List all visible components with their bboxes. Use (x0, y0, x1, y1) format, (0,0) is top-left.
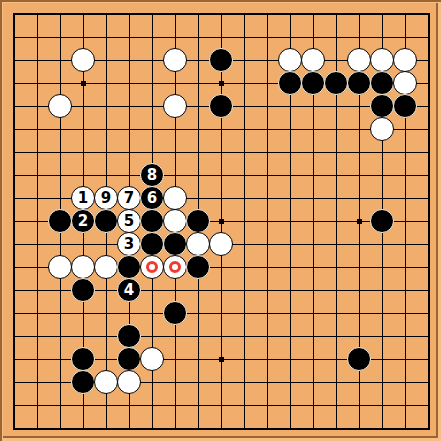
point-G7[interactable] (141, 279, 164, 302)
point-M6[interactable] (256, 302, 279, 325)
point-P8[interactable] (325, 256, 348, 279)
point-A12[interactable] (3, 164, 26, 187)
point-O14[interactable] (302, 118, 325, 141)
point-H15[interactable] (164, 95, 187, 118)
point-A9[interactable] (3, 233, 26, 256)
point-K4[interactable] (210, 348, 233, 371)
point-O16[interactable] (302, 72, 325, 95)
point-L19[interactable] (233, 3, 256, 26)
point-F7[interactable]: 4 (118, 279, 141, 302)
point-T3[interactable] (417, 371, 440, 394)
point-G5[interactable] (141, 325, 164, 348)
point-M18[interactable] (256, 26, 279, 49)
point-P2[interactable] (325, 394, 348, 417)
point-Q16[interactable] (348, 72, 371, 95)
point-T8[interactable] (417, 256, 440, 279)
point-P14[interactable] (325, 118, 348, 141)
point-B13[interactable] (26, 141, 49, 164)
point-M2[interactable] (256, 394, 279, 417)
point-E6[interactable] (95, 302, 118, 325)
point-H2[interactable] (164, 394, 187, 417)
point-C4[interactable] (49, 348, 72, 371)
point-M1[interactable] (256, 417, 279, 440)
point-O7[interactable] (302, 279, 325, 302)
point-R17[interactable] (371, 49, 394, 72)
point-H19[interactable] (164, 3, 187, 26)
point-L11[interactable] (233, 187, 256, 210)
point-P11[interactable] (325, 187, 348, 210)
point-M11[interactable] (256, 187, 279, 210)
point-B3[interactable] (26, 371, 49, 394)
point-S2[interactable] (394, 394, 417, 417)
point-C18[interactable] (49, 26, 72, 49)
point-E7[interactable] (95, 279, 118, 302)
point-N16[interactable] (279, 72, 302, 95)
point-R2[interactable] (371, 394, 394, 417)
point-Q13[interactable] (348, 141, 371, 164)
point-L16[interactable] (233, 72, 256, 95)
point-P15[interactable] (325, 95, 348, 118)
point-O12[interactable] (302, 164, 325, 187)
point-D10[interactable]: 2 (72, 210, 95, 233)
point-H9[interactable] (164, 233, 187, 256)
point-L9[interactable] (233, 233, 256, 256)
point-J18[interactable] (187, 26, 210, 49)
point-T18[interactable] (417, 26, 440, 49)
point-J3[interactable] (187, 371, 210, 394)
point-B7[interactable] (26, 279, 49, 302)
point-Q6[interactable] (348, 302, 371, 325)
point-T4[interactable] (417, 348, 440, 371)
point-C15[interactable] (49, 95, 72, 118)
point-C16[interactable] (49, 72, 72, 95)
point-T5[interactable] (417, 325, 440, 348)
point-L13[interactable] (233, 141, 256, 164)
point-L12[interactable] (233, 164, 256, 187)
point-D2[interactable] (72, 394, 95, 417)
point-N15[interactable] (279, 95, 302, 118)
point-L7[interactable] (233, 279, 256, 302)
point-F3[interactable] (118, 371, 141, 394)
point-Q15[interactable] (348, 95, 371, 118)
point-G17[interactable] (141, 49, 164, 72)
point-A10[interactable] (3, 210, 26, 233)
point-P13[interactable] (325, 141, 348, 164)
point-L1[interactable] (233, 417, 256, 440)
point-O4[interactable] (302, 348, 325, 371)
point-E1[interactable] (95, 417, 118, 440)
point-B18[interactable] (26, 26, 49, 49)
point-S11[interactable] (394, 187, 417, 210)
point-F2[interactable] (118, 394, 141, 417)
point-M13[interactable] (256, 141, 279, 164)
point-H8[interactable] (164, 256, 187, 279)
point-S1[interactable] (394, 417, 417, 440)
point-K3[interactable] (210, 371, 233, 394)
point-J10[interactable] (187, 210, 210, 233)
point-S7[interactable] (394, 279, 417, 302)
point-M10[interactable] (256, 210, 279, 233)
point-G4[interactable] (141, 348, 164, 371)
point-G13[interactable] (141, 141, 164, 164)
point-A14[interactable] (3, 118, 26, 141)
point-L14[interactable] (233, 118, 256, 141)
point-G18[interactable] (141, 26, 164, 49)
point-B1[interactable] (26, 417, 49, 440)
point-N2[interactable] (279, 394, 302, 417)
point-S10[interactable] (394, 210, 417, 233)
point-T16[interactable] (417, 72, 440, 95)
point-H14[interactable] (164, 118, 187, 141)
point-M17[interactable] (256, 49, 279, 72)
point-N3[interactable] (279, 371, 302, 394)
point-T7[interactable] (417, 279, 440, 302)
point-H3[interactable] (164, 371, 187, 394)
point-J6[interactable] (187, 302, 210, 325)
point-R12[interactable] (371, 164, 394, 187)
point-E3[interactable] (95, 371, 118, 394)
point-O5[interactable] (302, 325, 325, 348)
point-P9[interactable] (325, 233, 348, 256)
point-K18[interactable] (210, 26, 233, 49)
point-K7[interactable] (210, 279, 233, 302)
point-F8[interactable] (118, 256, 141, 279)
point-J5[interactable] (187, 325, 210, 348)
point-H10[interactable] (164, 210, 187, 233)
point-T1[interactable] (417, 417, 440, 440)
point-G19[interactable] (141, 3, 164, 26)
point-R1[interactable] (371, 417, 394, 440)
point-G3[interactable] (141, 371, 164, 394)
point-O1[interactable] (302, 417, 325, 440)
point-J9[interactable] (187, 233, 210, 256)
point-B10[interactable] (26, 210, 49, 233)
point-Q7[interactable] (348, 279, 371, 302)
point-N4[interactable] (279, 348, 302, 371)
point-S17[interactable] (394, 49, 417, 72)
point-R13[interactable] (371, 141, 394, 164)
point-P6[interactable] (325, 302, 348, 325)
point-S18[interactable] (394, 26, 417, 49)
point-A15[interactable] (3, 95, 26, 118)
point-S9[interactable] (394, 233, 417, 256)
point-B16[interactable] (26, 72, 49, 95)
point-Q1[interactable] (348, 417, 371, 440)
point-K2[interactable] (210, 394, 233, 417)
point-L4[interactable] (233, 348, 256, 371)
point-T13[interactable] (417, 141, 440, 164)
point-M16[interactable] (256, 72, 279, 95)
point-H4[interactable] (164, 348, 187, 371)
point-T19[interactable] (417, 3, 440, 26)
point-L8[interactable] (233, 256, 256, 279)
point-D18[interactable] (72, 26, 95, 49)
point-A1[interactable] (3, 417, 26, 440)
point-B5[interactable] (26, 325, 49, 348)
point-K5[interactable] (210, 325, 233, 348)
point-H18[interactable] (164, 26, 187, 49)
point-N6[interactable] (279, 302, 302, 325)
point-H13[interactable] (164, 141, 187, 164)
point-L18[interactable] (233, 26, 256, 49)
point-C2[interactable] (49, 394, 72, 417)
point-Q14[interactable] (348, 118, 371, 141)
point-F15[interactable] (118, 95, 141, 118)
point-R4[interactable] (371, 348, 394, 371)
point-Q19[interactable] (348, 3, 371, 26)
point-D15[interactable] (72, 95, 95, 118)
point-J12[interactable] (187, 164, 210, 187)
point-N7[interactable] (279, 279, 302, 302)
point-T6[interactable] (417, 302, 440, 325)
point-P5[interactable] (325, 325, 348, 348)
point-T17[interactable] (417, 49, 440, 72)
point-G9[interactable] (141, 233, 164, 256)
point-P18[interactable] (325, 26, 348, 49)
point-Q17[interactable] (348, 49, 371, 72)
point-H16[interactable] (164, 72, 187, 95)
point-N14[interactable] (279, 118, 302, 141)
point-A2[interactable] (3, 394, 26, 417)
point-K12[interactable] (210, 164, 233, 187)
point-E13[interactable] (95, 141, 118, 164)
point-C13[interactable] (49, 141, 72, 164)
point-D19[interactable] (72, 3, 95, 26)
point-K17[interactable] (210, 49, 233, 72)
point-S3[interactable] (394, 371, 417, 394)
point-D1[interactable] (72, 417, 95, 440)
point-R9[interactable] (371, 233, 394, 256)
point-B9[interactable] (26, 233, 49, 256)
point-R11[interactable] (371, 187, 394, 210)
point-D8[interactable] (72, 256, 95, 279)
point-O9[interactable] (302, 233, 325, 256)
point-T11[interactable] (417, 187, 440, 210)
point-O8[interactable] (302, 256, 325, 279)
point-G15[interactable] (141, 95, 164, 118)
point-O13[interactable] (302, 141, 325, 164)
point-A19[interactable] (3, 3, 26, 26)
point-J16[interactable] (187, 72, 210, 95)
point-L2[interactable] (233, 394, 256, 417)
point-J8[interactable] (187, 256, 210, 279)
point-E16[interactable] (95, 72, 118, 95)
point-C3[interactable] (49, 371, 72, 394)
point-S4[interactable] (394, 348, 417, 371)
point-S6[interactable] (394, 302, 417, 325)
point-B12[interactable] (26, 164, 49, 187)
point-Q3[interactable] (348, 371, 371, 394)
point-S5[interactable] (394, 325, 417, 348)
point-G14[interactable] (141, 118, 164, 141)
point-Q8[interactable] (348, 256, 371, 279)
point-F18[interactable] (118, 26, 141, 49)
point-E19[interactable] (95, 3, 118, 26)
point-Q10[interactable] (348, 210, 371, 233)
point-M4[interactable] (256, 348, 279, 371)
point-R19[interactable] (371, 3, 394, 26)
point-D13[interactable] (72, 141, 95, 164)
point-L5[interactable] (233, 325, 256, 348)
point-H17[interactable] (164, 49, 187, 72)
point-J1[interactable] (187, 417, 210, 440)
point-J19[interactable] (187, 3, 210, 26)
point-D6[interactable] (72, 302, 95, 325)
point-A6[interactable] (3, 302, 26, 325)
point-C8[interactable] (49, 256, 72, 279)
point-Q4[interactable] (348, 348, 371, 371)
point-F4[interactable] (118, 348, 141, 371)
point-E10[interactable] (95, 210, 118, 233)
point-J13[interactable] (187, 141, 210, 164)
point-H1[interactable] (164, 417, 187, 440)
point-C6[interactable] (49, 302, 72, 325)
point-D5[interactable] (72, 325, 95, 348)
point-A7[interactable] (3, 279, 26, 302)
point-F14[interactable] (118, 118, 141, 141)
point-F6[interactable] (118, 302, 141, 325)
point-E4[interactable] (95, 348, 118, 371)
point-G11[interactable]: 6 (141, 187, 164, 210)
point-C10[interactable] (49, 210, 72, 233)
point-D16[interactable] (72, 72, 95, 95)
point-H7[interactable] (164, 279, 187, 302)
point-O3[interactable] (302, 371, 325, 394)
point-M9[interactable] (256, 233, 279, 256)
point-N19[interactable] (279, 3, 302, 26)
point-E18[interactable] (95, 26, 118, 49)
point-H12[interactable] (164, 164, 187, 187)
point-T14[interactable] (417, 118, 440, 141)
point-D9[interactable] (72, 233, 95, 256)
point-J7[interactable] (187, 279, 210, 302)
point-S14[interactable] (394, 118, 417, 141)
point-M3[interactable] (256, 371, 279, 394)
point-M12[interactable] (256, 164, 279, 187)
point-H5[interactable] (164, 325, 187, 348)
point-F13[interactable] (118, 141, 141, 164)
point-M5[interactable] (256, 325, 279, 348)
point-N9[interactable] (279, 233, 302, 256)
point-E15[interactable] (95, 95, 118, 118)
point-L3[interactable] (233, 371, 256, 394)
point-B19[interactable] (26, 3, 49, 26)
point-Q12[interactable] (348, 164, 371, 187)
point-G6[interactable] (141, 302, 164, 325)
point-O17[interactable] (302, 49, 325, 72)
point-N10[interactable] (279, 210, 302, 233)
point-K10[interactable] (210, 210, 233, 233)
point-R6[interactable] (371, 302, 394, 325)
point-A8[interactable] (3, 256, 26, 279)
point-M15[interactable] (256, 95, 279, 118)
point-E8[interactable] (95, 256, 118, 279)
point-K14[interactable] (210, 118, 233, 141)
point-T12[interactable] (417, 164, 440, 187)
point-P12[interactable] (325, 164, 348, 187)
point-C17[interactable] (49, 49, 72, 72)
point-B6[interactable] (26, 302, 49, 325)
point-A17[interactable] (3, 49, 26, 72)
point-C11[interactable] (49, 187, 72, 210)
point-E5[interactable] (95, 325, 118, 348)
point-P17[interactable] (325, 49, 348, 72)
point-R18[interactable] (371, 26, 394, 49)
point-S12[interactable] (394, 164, 417, 187)
point-P4[interactable] (325, 348, 348, 371)
point-E17[interactable] (95, 49, 118, 72)
point-J17[interactable] (187, 49, 210, 72)
point-Q9[interactable] (348, 233, 371, 256)
point-O19[interactable] (302, 3, 325, 26)
point-S19[interactable] (394, 3, 417, 26)
point-K1[interactable] (210, 417, 233, 440)
point-G1[interactable] (141, 417, 164, 440)
point-R5[interactable] (371, 325, 394, 348)
point-B14[interactable] (26, 118, 49, 141)
point-H6[interactable] (164, 302, 187, 325)
point-B8[interactable] (26, 256, 49, 279)
point-N18[interactable] (279, 26, 302, 49)
point-G10[interactable] (141, 210, 164, 233)
point-N8[interactable] (279, 256, 302, 279)
point-A13[interactable] (3, 141, 26, 164)
point-B11[interactable] (26, 187, 49, 210)
point-N5[interactable] (279, 325, 302, 348)
point-P10[interactable] (325, 210, 348, 233)
point-T2[interactable] (417, 394, 440, 417)
point-G2[interactable] (141, 394, 164, 417)
point-J15[interactable] (187, 95, 210, 118)
point-R3[interactable] (371, 371, 394, 394)
point-P19[interactable] (325, 3, 348, 26)
point-O15[interactable] (302, 95, 325, 118)
point-D11[interactable]: 1 (72, 187, 95, 210)
point-B15[interactable] (26, 95, 49, 118)
point-C1[interactable] (49, 417, 72, 440)
point-P3[interactable] (325, 371, 348, 394)
point-O18[interactable] (302, 26, 325, 49)
point-J11[interactable] (187, 187, 210, 210)
point-E12[interactable] (95, 164, 118, 187)
point-O11[interactable] (302, 187, 325, 210)
point-S16[interactable] (394, 72, 417, 95)
point-N12[interactable] (279, 164, 302, 187)
point-L17[interactable] (233, 49, 256, 72)
point-D7[interactable] (72, 279, 95, 302)
point-A4[interactable] (3, 348, 26, 371)
point-F16[interactable] (118, 72, 141, 95)
point-F5[interactable] (118, 325, 141, 348)
point-J4[interactable] (187, 348, 210, 371)
point-K13[interactable] (210, 141, 233, 164)
point-K9[interactable] (210, 233, 233, 256)
point-E11[interactable]: 9 (95, 187, 118, 210)
point-N1[interactable] (279, 417, 302, 440)
point-F17[interactable] (118, 49, 141, 72)
point-Q5[interactable] (348, 325, 371, 348)
point-T15[interactable] (417, 95, 440, 118)
point-B4[interactable] (26, 348, 49, 371)
point-K8[interactable] (210, 256, 233, 279)
point-R10[interactable] (371, 210, 394, 233)
point-D4[interactable] (72, 348, 95, 371)
point-D12[interactable] (72, 164, 95, 187)
point-F11[interactable]: 7 (118, 187, 141, 210)
point-H11[interactable] (164, 187, 187, 210)
point-R8[interactable] (371, 256, 394, 279)
point-L6[interactable] (233, 302, 256, 325)
